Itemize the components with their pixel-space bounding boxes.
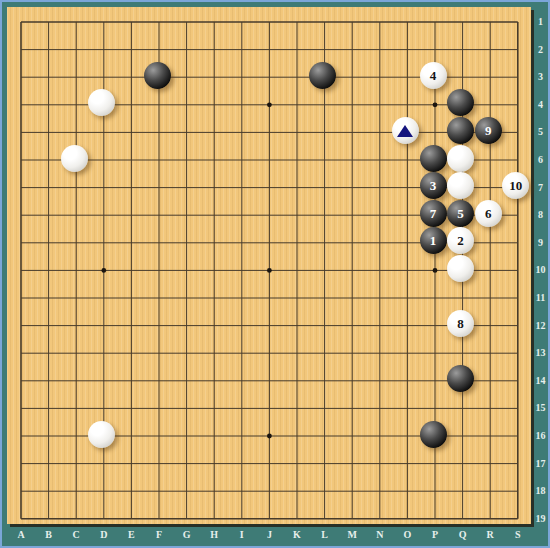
triangle-marker-icon xyxy=(397,125,413,137)
coord-label-col-a: A xyxy=(12,529,30,541)
coord-label-row-7: 7 xyxy=(533,182,548,194)
stone-black-p7: 3 xyxy=(420,172,447,199)
coord-label-row-10: 10 xyxy=(533,264,548,276)
coord-label-col-l: L xyxy=(316,529,334,541)
stone-white-q12: 8 xyxy=(447,310,474,337)
coord-label-row-4: 4 xyxy=(533,99,548,111)
move-number-label: 2 xyxy=(457,227,464,254)
go-app-window: 49310756128ABCDEFGHIJKLMNOPQRS1234567891… xyxy=(0,0,550,548)
coord-label-col-f: F xyxy=(150,529,168,541)
stone-white-q10 xyxy=(447,255,474,282)
coord-label-row-2: 2 xyxy=(533,44,548,56)
coord-label-col-j: J xyxy=(260,529,278,541)
stone-black-q8: 5 xyxy=(447,200,474,227)
coord-label-col-o: O xyxy=(398,529,416,541)
stone-white-r8: 6 xyxy=(475,200,502,227)
stone-white-p3: 4 xyxy=(420,62,447,89)
coord-label-col-h: H xyxy=(205,529,223,541)
stone-black-p16 xyxy=(420,421,447,448)
coord-label-col-m: M xyxy=(343,529,361,541)
coord-label-col-d: D xyxy=(95,529,113,541)
coord-label-col-s: S xyxy=(509,529,527,541)
coord-label-row-18: 18 xyxy=(533,485,548,497)
stone-white-c6 xyxy=(61,145,88,172)
coord-label-col-c: C xyxy=(67,529,85,541)
coord-label-row-11: 11 xyxy=(533,292,548,304)
stone-black-r5: 9 xyxy=(475,117,502,144)
move-number-label: 5 xyxy=(457,200,464,227)
stone-black-p8: 7 xyxy=(420,200,447,227)
coord-label-row-12: 12 xyxy=(533,320,548,332)
stone-white-q6 xyxy=(447,145,474,172)
coord-label-row-15: 15 xyxy=(533,402,548,414)
stone-black-f3 xyxy=(144,62,171,89)
stone-white-q7 xyxy=(447,172,474,199)
move-number-label: 10 xyxy=(509,172,522,199)
coord-label-col-b: B xyxy=(40,529,58,541)
stone-black-l3 xyxy=(309,62,336,89)
coord-label-row-13: 13 xyxy=(533,347,548,359)
move-number-label: 8 xyxy=(457,310,464,337)
coord-label-row-19: 19 xyxy=(533,513,548,525)
stone-white-o5 xyxy=(392,117,419,144)
coord-label-row-17: 17 xyxy=(533,458,548,470)
stone-black-q5 xyxy=(447,117,474,144)
coord-label-row-14: 14 xyxy=(533,375,548,387)
move-number-label: 9 xyxy=(485,117,492,144)
coord-label-row-5: 5 xyxy=(533,126,548,138)
coord-label-col-q: Q xyxy=(454,529,472,541)
move-number-label: 7 xyxy=(430,200,437,227)
coord-label-col-g: G xyxy=(178,529,196,541)
move-number-label: 1 xyxy=(430,227,437,254)
coord-label-row-9: 9 xyxy=(533,237,548,249)
coord-label-col-n: N xyxy=(371,529,389,541)
coord-label-row-3: 3 xyxy=(533,71,548,83)
stone-white-d16 xyxy=(88,421,115,448)
move-number-label: 3 xyxy=(430,172,437,199)
move-number-label: 4 xyxy=(430,62,437,89)
coord-label-row-6: 6 xyxy=(533,154,548,166)
stone-black-p9: 1 xyxy=(420,227,447,254)
coord-label-row-8: 8 xyxy=(533,209,548,221)
coord-label-col-i: I xyxy=(233,529,251,541)
coord-label-col-e: E xyxy=(122,529,140,541)
move-number-label: 6 xyxy=(485,200,492,227)
coord-label-row-1: 1 xyxy=(533,16,548,28)
stone-black-p6 xyxy=(420,145,447,172)
coord-label-col-r: R xyxy=(481,529,499,541)
coord-label-col-k: K xyxy=(288,529,306,541)
coord-label-col-p: P xyxy=(426,529,444,541)
coord-label-row-16: 16 xyxy=(533,430,548,442)
